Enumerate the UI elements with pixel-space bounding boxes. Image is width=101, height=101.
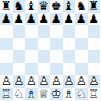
square-e7[interactable]: ♟ [50, 13, 63, 26]
piece-black-knight-glyph: ♞ [76, 0, 87, 12]
square-d8[interactable]: ♛ [38, 0, 51, 13]
square-b5[interactable] [13, 38, 26, 51]
piece-black-pawn-glyph: ♟ [13, 13, 24, 25]
square-h3[interactable] [88, 63, 101, 76]
piece-white-pawn[interactable]: ♟♙ [76, 75, 87, 87]
piece-black-pawn[interactable]: ♟ [63, 13, 74, 25]
piece-white-pawn-outline-layer: ♙ [38, 75, 49, 87]
square-d5[interactable] [38, 38, 51, 51]
square-g2[interactable]: ♟♙ [75, 75, 88, 88]
piece-black-pawn[interactable]: ♟ [51, 13, 62, 25]
piece-black-king[interactable]: ♚ [51, 0, 62, 12]
piece-black-pawn-glyph: ♟ [88, 13, 99, 25]
square-c3[interactable] [25, 63, 38, 76]
square-b6[interactable] [13, 25, 26, 38]
square-d2[interactable]: ♟♙ [38, 75, 51, 88]
piece-white-queen[interactable]: ♛♕ [38, 88, 49, 100]
square-f2[interactable]: ♟♙ [63, 75, 76, 88]
piece-black-pawn-glyph: ♟ [26, 13, 37, 25]
piece-white-queen-outline-layer: ♕ [38, 88, 49, 100]
piece-white-pawn[interactable]: ♟♙ [26, 75, 37, 87]
piece-white-pawn[interactable]: ♟♙ [13, 75, 24, 87]
square-a4[interactable] [0, 50, 13, 63]
square-d6[interactable] [38, 25, 51, 38]
square-f4[interactable] [63, 50, 76, 63]
square-g8[interactable]: ♞ [75, 0, 88, 13]
square-c8[interactable]: ♝ [25, 0, 38, 13]
square-g4[interactable] [75, 50, 88, 63]
piece-black-pawn-glyph: ♟ [51, 13, 62, 25]
piece-black-bishop[interactable]: ♝ [63, 0, 74, 12]
piece-white-knight-outline-layer: ♘ [13, 88, 24, 100]
square-c7[interactable]: ♟ [25, 13, 38, 26]
square-h8[interactable]: ♜ [88, 0, 101, 13]
square-e6[interactable] [50, 25, 63, 38]
square-a2[interactable]: ♟♙ [0, 75, 13, 88]
square-a7[interactable]: ♟ [0, 13, 13, 26]
square-f5[interactable] [63, 38, 76, 51]
piece-white-pawn-outline-layer: ♙ [63, 75, 74, 87]
square-h6[interactable] [88, 25, 101, 38]
square-d1[interactable]: ♛♕ [38, 88, 51, 101]
piece-black-queen-glyph: ♛ [38, 0, 49, 12]
square-c1[interactable]: ♝♗ [25, 88, 38, 101]
piece-white-pawn-outline-layer: ♙ [13, 75, 24, 87]
piece-white-knight-outline-layer: ♘ [76, 88, 87, 100]
square-f3[interactable] [63, 63, 76, 76]
square-a5[interactable] [0, 38, 13, 51]
piece-black-bishop-glyph: ♝ [63, 0, 74, 12]
piece-black-pawn[interactable]: ♟ [38, 13, 49, 25]
piece-white-rook-outline-layer: ♖ [88, 88, 99, 100]
square-e3[interactable] [50, 63, 63, 76]
piece-white-pawn[interactable]: ♟♙ [63, 75, 74, 87]
piece-white-bishop[interactable]: ♝♗ [26, 88, 37, 100]
piece-black-pawn-glyph: ♟ [38, 13, 49, 25]
piece-white-king[interactable]: ♚♔ [51, 88, 62, 100]
piece-black-knight[interactable]: ♞ [13, 0, 24, 12]
square-c2[interactable]: ♟♙ [25, 75, 38, 88]
piece-white-pawn[interactable]: ♟♙ [51, 75, 62, 87]
square-g1[interactable]: ♞♘ [75, 88, 88, 101]
square-g3[interactable] [75, 63, 88, 76]
square-c4[interactable] [25, 50, 38, 63]
square-d7[interactable]: ♟ [38, 13, 51, 26]
square-d3[interactable] [38, 63, 51, 76]
square-b7[interactable]: ♟ [13, 13, 26, 26]
square-f7[interactable]: ♟ [63, 13, 76, 26]
piece-black-rook[interactable]: ♜ [88, 0, 99, 12]
square-e4[interactable] [50, 50, 63, 63]
piece-white-pawn-outline-layer: ♙ [1, 75, 12, 87]
piece-black-pawn-glyph: ♟ [63, 13, 74, 25]
square-g6[interactable] [75, 25, 88, 38]
piece-white-pawn-outline-layer: ♙ [51, 75, 62, 87]
square-b2[interactable]: ♟♙ [13, 75, 26, 88]
piece-white-pawn[interactable]: ♟♙ [88, 75, 99, 87]
square-a3[interactable] [0, 63, 13, 76]
square-g5[interactable] [75, 38, 88, 51]
square-h7[interactable]: ♟ [88, 13, 101, 26]
piece-white-knight[interactable]: ♞♘ [13, 88, 24, 100]
piece-white-rook[interactable]: ♜♖ [1, 88, 12, 100]
piece-black-pawn[interactable]: ♟ [13, 13, 24, 25]
square-d4[interactable] [38, 50, 51, 63]
square-e1[interactable]: ♚♔ [50, 88, 63, 101]
piece-black-knight[interactable]: ♞ [76, 0, 87, 12]
square-g7[interactable]: ♟ [75, 13, 88, 26]
square-b3[interactable] [13, 63, 26, 76]
piece-black-pawn-glyph: ♟ [1, 13, 12, 25]
piece-black-pawn[interactable]: ♟ [88, 13, 99, 25]
piece-black-bishop[interactable]: ♝ [26, 0, 37, 12]
square-e8[interactable]: ♚ [50, 0, 63, 13]
piece-black-queen[interactable]: ♛ [38, 0, 49, 12]
square-a6[interactable] [0, 25, 13, 38]
square-h5[interactable] [88, 38, 101, 51]
piece-white-pawn[interactable]: ♟♙ [1, 75, 12, 87]
square-e2[interactable]: ♟♙ [50, 75, 63, 88]
piece-black-bishop-glyph: ♝ [26, 0, 37, 12]
piece-white-bishop-outline-layer: ♗ [26, 88, 37, 100]
piece-white-pawn-outline-layer: ♙ [88, 75, 99, 87]
piece-black-king-glyph: ♚ [51, 0, 62, 12]
square-h4[interactable] [88, 50, 101, 63]
piece-white-bishop-outline-layer: ♗ [63, 88, 74, 100]
square-b4[interactable] [13, 50, 26, 63]
piece-black-pawn[interactable]: ♟ [26, 13, 37, 25]
square-c5[interactable] [25, 38, 38, 51]
square-f8[interactable]: ♝ [63, 0, 76, 13]
square-b1[interactable]: ♞♘ [13, 88, 26, 101]
piece-black-pawn-glyph: ♟ [76, 13, 87, 25]
square-h2[interactable]: ♟♙ [88, 75, 101, 88]
piece-black-knight-glyph: ♞ [13, 0, 24, 12]
piece-black-rook-glyph: ♜ [88, 0, 99, 12]
piece-black-rook[interactable]: ♜ [1, 0, 12, 12]
piece-white-king-outline-layer: ♔ [51, 88, 62, 100]
square-h1[interactable]: ♜♖ [88, 88, 101, 101]
piece-white-knight[interactable]: ♞♘ [76, 88, 87, 100]
piece-white-pawn-outline-layer: ♙ [76, 75, 87, 87]
square-b8[interactable]: ♞ [13, 0, 26, 13]
square-e5[interactable] [50, 38, 63, 51]
square-f6[interactable] [63, 25, 76, 38]
square-a1[interactable]: ♜♖ [0, 88, 13, 101]
piece-white-pawn[interactable]: ♟♙ [38, 75, 49, 87]
piece-black-pawn[interactable]: ♟ [1, 13, 12, 25]
piece-white-rook-outline-layer: ♖ [1, 88, 12, 100]
piece-white-pawn-outline-layer: ♙ [26, 75, 37, 87]
square-c6[interactable] [25, 25, 38, 38]
piece-black-pawn[interactable]: ♟ [76, 13, 87, 25]
piece-white-rook[interactable]: ♜♖ [88, 88, 99, 100]
piece-black-rook-glyph: ♜ [1, 0, 12, 12]
square-f1[interactable]: ♝♗ [63, 88, 76, 101]
chess-board: ♜♞♝♛♚♝♞♜♟♟♟♟♟♟♟♟♟♙♟♙♟♙♟♙♟♙♟♙♟♙♟♙♜♖♞♘♝♗♛♕… [0, 0, 100, 100]
piece-white-bishop[interactable]: ♝♗ [63, 88, 74, 100]
square-a8[interactable]: ♜ [0, 0, 13, 13]
